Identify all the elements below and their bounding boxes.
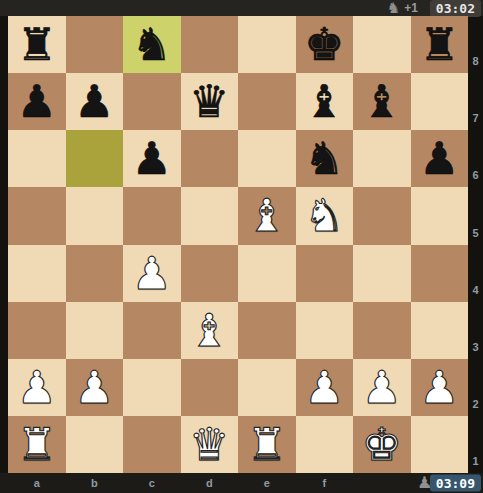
square-f2[interactable]: ♟ — [296, 359, 354, 416]
file-label-b: b — [66, 473, 124, 493]
square-g1[interactable]: ♚ — [353, 416, 411, 473]
piece-white-queen[interactable]: ♛ — [189, 416, 229, 473]
top-player-clock: 03:02 — [430, 0, 481, 17]
piece-black-pawn[interactable]: ♟ — [419, 130, 459, 187]
square-d8[interactable] — [181, 16, 239, 73]
square-d2[interactable] — [181, 359, 239, 416]
piece-black-pawn[interactable]: ♟ — [132, 130, 172, 187]
square-a5[interactable] — [8, 187, 66, 244]
piece-white-pawn[interactable]: ♟ — [419, 359, 459, 416]
piece-white-rook[interactable]: ♜ — [247, 416, 287, 473]
top-player-bar: ♞ +1 03:02 — [0, 0, 483, 16]
rank-label-1: 1 — [468, 416, 483, 473]
square-e3[interactable] — [238, 302, 296, 359]
square-h1[interactable] — [411, 416, 469, 473]
rank-label-3: 3 — [468, 302, 483, 359]
piece-black-queen[interactable]: ♛ — [189, 73, 229, 130]
file-label-a: a — [8, 473, 66, 493]
board: ♜♞♚♜♟♟♛♝♝♟♞♟♝♞♟♝♟♟♟♟♟♜♛♜♚ — [8, 16, 468, 473]
square-f5[interactable]: ♞ — [296, 187, 354, 244]
square-g8[interactable] — [353, 16, 411, 73]
square-g4[interactable] — [353, 245, 411, 302]
square-a3[interactable] — [8, 302, 66, 359]
square-c3[interactable] — [123, 302, 181, 359]
square-g2[interactable]: ♟ — [353, 359, 411, 416]
square-e1[interactable]: ♜ — [238, 416, 296, 473]
square-h8[interactable]: ♜ — [411, 16, 469, 73]
rank-label-5: 5 — [468, 187, 483, 244]
square-e8[interactable] — [238, 16, 296, 73]
square-g5[interactable] — [353, 187, 411, 244]
square-d7[interactable]: ♛ — [181, 73, 239, 130]
file-labels: abcdef — [8, 473, 468, 493]
bottom-player-clock: 03:09 — [430, 475, 481, 492]
rank-label-6: 6 — [468, 130, 483, 187]
piece-black-rook[interactable]: ♜ — [17, 16, 57, 73]
piece-black-bishop[interactable]: ♝ — [304, 73, 344, 130]
bottom-player-bar: abcdef ♟♟ 03:09 — [0, 473, 483, 493]
square-h6[interactable]: ♟ — [411, 130, 469, 187]
piece-white-knight[interactable]: ♞ — [304, 187, 344, 244]
file-label-e: e — [238, 473, 296, 493]
square-f8[interactable]: ♚ — [296, 16, 354, 73]
square-b2[interactable]: ♟ — [66, 359, 124, 416]
piece-black-pawn[interactable]: ♟ — [74, 73, 114, 130]
square-c4[interactable]: ♟ — [123, 245, 181, 302]
material-advantage: +1 — [404, 1, 418, 15]
file-label-c: c — [123, 473, 181, 493]
piece-white-pawn[interactable]: ♟ — [362, 359, 402, 416]
piece-black-bishop[interactable]: ♝ — [362, 73, 402, 130]
square-b4[interactable] — [66, 245, 124, 302]
file-label-f: f — [296, 473, 354, 493]
square-c2[interactable] — [123, 359, 181, 416]
square-f4[interactable] — [296, 245, 354, 302]
square-e6[interactable] — [238, 130, 296, 187]
square-c8[interactable]: ♞ — [123, 16, 181, 73]
square-b6[interactable] — [66, 130, 124, 187]
piece-black-knight[interactable]: ♞ — [304, 130, 344, 187]
square-h2[interactable]: ♟ — [411, 359, 469, 416]
square-e4[interactable] — [238, 245, 296, 302]
piece-white-pawn[interactable]: ♟ — [304, 359, 344, 416]
square-c5[interactable] — [123, 187, 181, 244]
square-h5[interactable] — [411, 187, 469, 244]
square-g3[interactable] — [353, 302, 411, 359]
square-b5[interactable] — [66, 187, 124, 244]
square-e5[interactable]: ♝ — [238, 187, 296, 244]
square-f6[interactable]: ♞ — [296, 130, 354, 187]
square-g7[interactable]: ♝ — [353, 73, 411, 130]
square-c1[interactable] — [123, 416, 181, 473]
square-b1[interactable] — [66, 416, 124, 473]
captured-knight-icon: ♞ — [387, 1, 400, 16]
square-h7[interactable] — [411, 73, 469, 130]
square-h3[interactable] — [411, 302, 469, 359]
square-d3[interactable]: ♝ — [181, 302, 239, 359]
square-c7[interactable] — [123, 73, 181, 130]
square-a4[interactable] — [8, 245, 66, 302]
rank-label-7: 7 — [468, 73, 483, 130]
square-g6[interactable] — [353, 130, 411, 187]
square-a1[interactable]: ♜ — [8, 416, 66, 473]
rank-label-4: 4 — [468, 245, 483, 302]
piece-white-bishop[interactable]: ♝ — [189, 302, 229, 359]
square-d6[interactable] — [181, 130, 239, 187]
piece-white-king[interactable]: ♚ — [362, 416, 402, 473]
piece-white-bishop[interactable]: ♝ — [247, 187, 287, 244]
square-b7[interactable]: ♟ — [66, 73, 124, 130]
square-a8[interactable]: ♜ — [8, 16, 66, 73]
piece-white-pawn[interactable]: ♟ — [17, 359, 57, 416]
piece-white-rook[interactable]: ♜ — [17, 416, 57, 473]
piece-black-king[interactable]: ♚ — [304, 16, 344, 73]
square-d4[interactable] — [181, 245, 239, 302]
square-d1[interactable]: ♛ — [181, 416, 239, 473]
square-a6[interactable] — [8, 130, 66, 187]
piece-black-pawn[interactable]: ♟ — [17, 73, 57, 130]
square-b3[interactable] — [66, 302, 124, 359]
square-f7[interactable]: ♝ — [296, 73, 354, 130]
rank-label-8: 8 — [468, 16, 483, 73]
square-h4[interactable] — [411, 245, 469, 302]
square-b8[interactable] — [66, 16, 124, 73]
square-a7[interactable]: ♟ — [8, 73, 66, 130]
square-d5[interactable] — [181, 187, 239, 244]
piece-white-pawn[interactable]: ♟ — [74, 359, 114, 416]
square-c6[interactable]: ♟ — [123, 130, 181, 187]
square-a2[interactable]: ♟ — [8, 359, 66, 416]
rank-labels: 87654321 — [468, 16, 483, 473]
piece-white-pawn[interactable]: ♟ — [132, 245, 172, 302]
square-f1[interactable] — [296, 416, 354, 473]
square-f3[interactable] — [296, 302, 354, 359]
square-e2[interactable] — [238, 359, 296, 416]
rank-label-2: 2 — [468, 359, 483, 416]
piece-black-rook[interactable]: ♜ — [419, 16, 459, 73]
square-e7[interactable] — [238, 73, 296, 130]
file-label-d: d — [181, 473, 239, 493]
piece-black-knight[interactable]: ♞ — [132, 16, 172, 73]
